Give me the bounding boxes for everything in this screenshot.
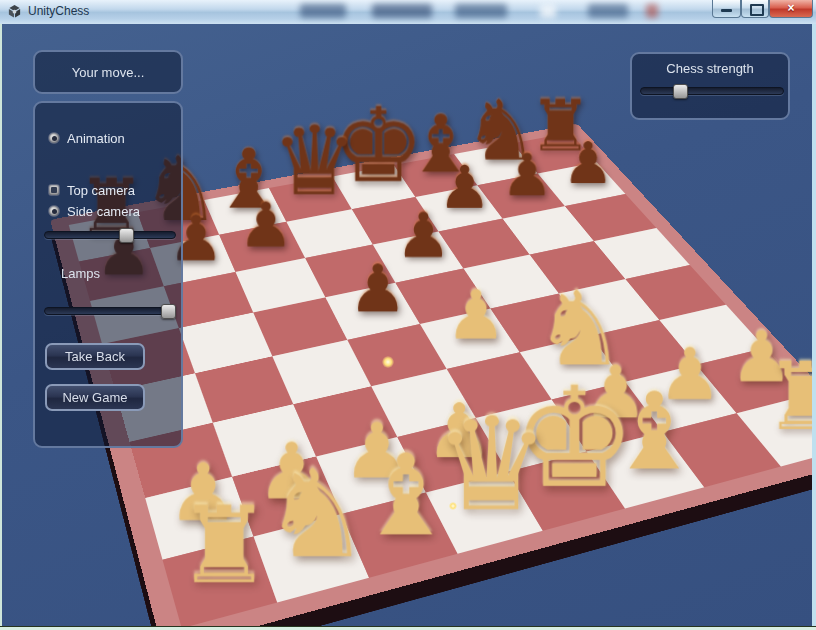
lamps-label: Lamps — [61, 266, 100, 281]
radio-checked-icon[interactable] — [48, 132, 60, 144]
minimize-button[interactable] — [712, 0, 741, 18]
titlebar-blur-blob — [646, 4, 658, 18]
animation-toggle[interactable]: Animation — [48, 131, 125, 145]
radio-dot — [52, 136, 57, 141]
sparkle-particle — [449, 502, 457, 510]
side-camera-toggle[interactable]: Side camera — [48, 204, 140, 218]
lamps-slider-handle[interactable] — [161, 304, 176, 319]
close-button[interactable]: × — [769, 0, 813, 18]
camera-slider[interactable] — [44, 227, 176, 241]
maximize-button[interactable] — [741, 0, 769, 18]
chess-strength-panel: Chess strength — [630, 52, 790, 120]
titlebar-blur-blob — [372, 4, 432, 18]
controls-panel: Animation Top camera Side camera Lamps T… — [33, 101, 183, 448]
window-border-bottom — [0, 626, 816, 630]
checkbox-unchecked-icon[interactable] — [48, 184, 60, 196]
app-window: UnityChess × ♜♞♝♛♚♝♞♜♟♟♟♟♟♟♟♟♟♞♟♟♟♟♟♟♟♜♞… — [0, 0, 816, 630]
animation-label: Animation — [67, 131, 125, 146]
chess-strength-slider-track[interactable] — [640, 87, 784, 95]
minimize-icon — [721, 9, 732, 12]
titlebar-blur-blob — [540, 4, 556, 18]
window-border-right — [812, 24, 816, 630]
piece-white-rook-a1[interactable]: ♜ — [123, 496, 325, 597]
chess-strength-label: Chess strength — [632, 61, 788, 76]
square-a1[interactable]: ♜ — [163, 537, 278, 629]
lamps-slider-track[interactable] — [44, 307, 176, 315]
chess-strength-slider-handle[interactable] — [673, 84, 688, 99]
top-camera-label: Top camera — [67, 183, 135, 198]
chess-strength-slider[interactable] — [640, 83, 784, 97]
lamps-slider[interactable] — [44, 303, 176, 317]
radio-checked-icon[interactable] — [48, 205, 60, 217]
status-text: Your move... — [35, 65, 181, 80]
titlebar-blur-blob — [455, 4, 507, 18]
maximize-icon — [750, 4, 764, 16]
window-title: UnityChess — [28, 4, 89, 18]
checkbox-well — [51, 187, 57, 193]
unity-logo-icon — [7, 4, 22, 19]
square-b5[interactable] — [179, 312, 273, 373]
sparkle-particle — [382, 356, 394, 368]
new-game-button[interactable]: New Game — [45, 384, 145, 411]
camera-slider-track[interactable] — [44, 231, 176, 239]
side-camera-label: Side camera — [67, 204, 140, 219]
title-bar[interactable]: UnityChess × — [0, 0, 816, 24]
top-camera-checkbox[interactable]: Top camera — [48, 183, 135, 197]
status-panel: Your move... — [33, 50, 183, 94]
titlebar-blur-blob — [300, 4, 346, 18]
titlebar-blur-blob — [588, 4, 628, 18]
window-border-left — [0, 24, 2, 630]
radio-dot — [52, 209, 57, 214]
take-back-button[interactable]: Take Back — [45, 343, 145, 370]
camera-slider-handle[interactable] — [119, 228, 134, 243]
close-icon: × — [770, 1, 812, 15]
